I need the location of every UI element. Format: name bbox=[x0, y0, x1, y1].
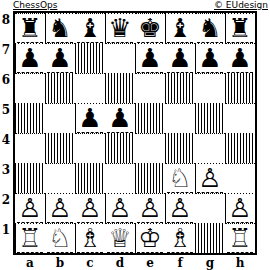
square-g1[interactable] bbox=[195, 223, 225, 253]
black-pawn-piece[interactable]: ♟ bbox=[107, 104, 132, 133]
square-d7[interactable] bbox=[105, 43, 135, 73]
black-bishop-piece[interactable]: ♝ bbox=[77, 14, 102, 43]
square-b5[interactable] bbox=[45, 103, 75, 133]
file-label-f: f bbox=[165, 256, 195, 270]
square-e4[interactable] bbox=[135, 133, 165, 163]
rank-label-3: 3 bbox=[0, 163, 12, 193]
square-d6[interactable] bbox=[105, 73, 135, 103]
square-f5[interactable] bbox=[165, 103, 195, 133]
square-e2[interactable]: ♙ bbox=[135, 193, 165, 223]
square-g8[interactable]: ♞ bbox=[195, 13, 225, 43]
square-e3[interactable] bbox=[135, 163, 165, 193]
square-a3[interactable] bbox=[15, 163, 45, 193]
square-e5[interactable] bbox=[135, 103, 165, 133]
black-king-piece[interactable]: ♚ bbox=[137, 14, 162, 43]
rank-label-1: 1 bbox=[0, 223, 12, 253]
square-c5[interactable]: ♟ bbox=[75, 103, 105, 133]
square-e7[interactable]: ♟ bbox=[135, 43, 165, 73]
square-e6[interactable] bbox=[135, 73, 165, 103]
black-pawn-piece[interactable]: ♟ bbox=[167, 44, 192, 73]
square-g7[interactable]: ♟ bbox=[195, 43, 225, 73]
square-g6[interactable] bbox=[195, 73, 225, 103]
file-label-e: e bbox=[135, 256, 165, 270]
file-label-g: g bbox=[195, 256, 225, 270]
app-title: ChessOps bbox=[13, 0, 57, 11]
square-a1[interactable]: ♖ bbox=[15, 223, 45, 253]
square-a4[interactable] bbox=[15, 133, 45, 163]
square-e8[interactable]: ♚ bbox=[135, 13, 165, 43]
copyright-credit: © EUdesign bbox=[214, 0, 268, 11]
square-a5[interactable] bbox=[15, 103, 45, 133]
file-label-d: d bbox=[105, 256, 135, 270]
white-rook-piece[interactable]: ♖ bbox=[227, 224, 252, 253]
square-c4[interactable] bbox=[75, 133, 105, 163]
black-knight-piece[interactable]: ♞ bbox=[197, 14, 222, 43]
square-d8[interactable]: ♛ bbox=[105, 13, 135, 43]
black-queen-piece[interactable]: ♛ bbox=[107, 14, 132, 43]
square-g2[interactable] bbox=[195, 193, 225, 223]
white-knight-piece[interactable]: ♘ bbox=[167, 164, 192, 193]
square-h8[interactable]: ♜ bbox=[225, 13, 255, 43]
black-knight-piece[interactable]: ♞ bbox=[47, 14, 72, 43]
square-d3[interactable] bbox=[105, 163, 135, 193]
file-label-b: b bbox=[45, 256, 75, 270]
black-rook-piece[interactable]: ♜ bbox=[17, 14, 42, 43]
square-f8[interactable]: ♝ bbox=[165, 13, 195, 43]
square-b3[interactable] bbox=[45, 163, 75, 193]
square-d5[interactable]: ♟ bbox=[105, 103, 135, 133]
white-pawn-piece[interactable]: ♙ bbox=[197, 164, 222, 193]
black-rook-piece[interactable]: ♜ bbox=[227, 14, 252, 43]
square-g3[interactable]: ♙ bbox=[195, 163, 225, 193]
white-queen-piece[interactable]: ♕ bbox=[107, 224, 132, 253]
square-f1[interactable]: ♗ bbox=[165, 223, 195, 253]
square-a8[interactable]: ♜ bbox=[15, 13, 45, 43]
square-a2[interactable]: ♙ bbox=[15, 193, 45, 223]
square-h1[interactable]: ♖ bbox=[225, 223, 255, 253]
square-b6[interactable] bbox=[45, 73, 75, 103]
square-b4[interactable] bbox=[45, 133, 75, 163]
white-knight-piece[interactable]: ♘ bbox=[47, 224, 72, 253]
black-pawn-piece[interactable]: ♟ bbox=[227, 44, 252, 73]
white-pawn-piece[interactable]: ♙ bbox=[77, 194, 102, 223]
square-h3[interactable] bbox=[225, 163, 255, 193]
square-b8[interactable]: ♞ bbox=[45, 13, 75, 43]
white-pawn-piece[interactable]: ♙ bbox=[17, 194, 42, 223]
square-f4[interactable] bbox=[165, 133, 195, 163]
white-bishop-piece[interactable]: ♗ bbox=[77, 224, 102, 253]
square-c8[interactable]: ♝ bbox=[75, 13, 105, 43]
square-a6[interactable] bbox=[15, 73, 45, 103]
square-f6[interactable] bbox=[165, 73, 195, 103]
rank-label-6: 6 bbox=[0, 73, 12, 103]
rank-label-7: 7 bbox=[0, 43, 12, 73]
square-e1[interactable]: ♔ bbox=[135, 223, 165, 253]
rank-label-8: 8 bbox=[0, 13, 12, 43]
square-h6[interactable] bbox=[225, 73, 255, 103]
square-h2[interactable]: ♙ bbox=[225, 193, 255, 223]
file-label-c: c bbox=[75, 256, 105, 270]
square-b1[interactable]: ♘ bbox=[45, 223, 75, 253]
black-pawn-piece[interactable]: ♟ bbox=[137, 44, 162, 73]
square-f7[interactable]: ♟ bbox=[165, 43, 195, 73]
square-d2[interactable]: ♙ bbox=[105, 193, 135, 223]
black-pawn-piece[interactable]: ♟ bbox=[47, 44, 72, 73]
square-c3[interactable] bbox=[75, 163, 105, 193]
chess-board: ♜♞♝♛♚♝♞♜♟♟♟♟♟♟♟♟♘♙♙♙♙♙♙♙♙♖♘♗♕♔♗♖ bbox=[13, 11, 257, 255]
white-pawn-piece[interactable]: ♙ bbox=[227, 194, 252, 223]
white-pawn-piece[interactable]: ♙ bbox=[107, 194, 132, 223]
square-f3[interactable]: ♘ bbox=[165, 163, 195, 193]
square-f2[interactable]: ♙ bbox=[165, 193, 195, 223]
white-king-piece[interactable]: ♔ bbox=[137, 224, 162, 253]
rank-label-2: 2 bbox=[0, 193, 12, 223]
rank-label-5: 5 bbox=[0, 103, 12, 133]
white-pawn-piece[interactable]: ♙ bbox=[47, 194, 72, 223]
square-c7[interactable] bbox=[75, 43, 105, 73]
square-h7[interactable]: ♟ bbox=[225, 43, 255, 73]
square-d1[interactable]: ♕ bbox=[105, 223, 135, 253]
white-pawn-piece[interactable]: ♙ bbox=[167, 194, 192, 223]
white-rook-piece[interactable]: ♖ bbox=[17, 224, 42, 253]
black-bishop-piece[interactable]: ♝ bbox=[167, 14, 192, 43]
square-c6[interactable] bbox=[75, 73, 105, 103]
square-a7[interactable]: ♟ bbox=[15, 43, 45, 73]
square-c1[interactable]: ♗ bbox=[75, 223, 105, 253]
square-c2[interactable]: ♙ bbox=[75, 193, 105, 223]
file-label-a: a bbox=[15, 256, 45, 270]
white-bishop-piece[interactable]: ♗ bbox=[167, 224, 192, 253]
file-label-h: h bbox=[225, 256, 255, 270]
square-g5[interactable] bbox=[195, 103, 225, 133]
black-pawn-piece[interactable]: ♟ bbox=[77, 104, 102, 133]
white-pawn-piece[interactable]: ♙ bbox=[137, 194, 162, 223]
black-pawn-piece[interactable]: ♟ bbox=[197, 44, 222, 73]
square-h5[interactable] bbox=[225, 103, 255, 133]
square-h4[interactable] bbox=[225, 133, 255, 163]
rank-label-4: 4 bbox=[0, 133, 12, 163]
black-pawn-piece[interactable]: ♟ bbox=[17, 44, 42, 73]
square-b7[interactable]: ♟ bbox=[45, 43, 75, 73]
square-d4[interactable] bbox=[105, 133, 135, 163]
square-g4[interactable] bbox=[195, 133, 225, 163]
square-b2[interactable]: ♙ bbox=[45, 193, 75, 223]
